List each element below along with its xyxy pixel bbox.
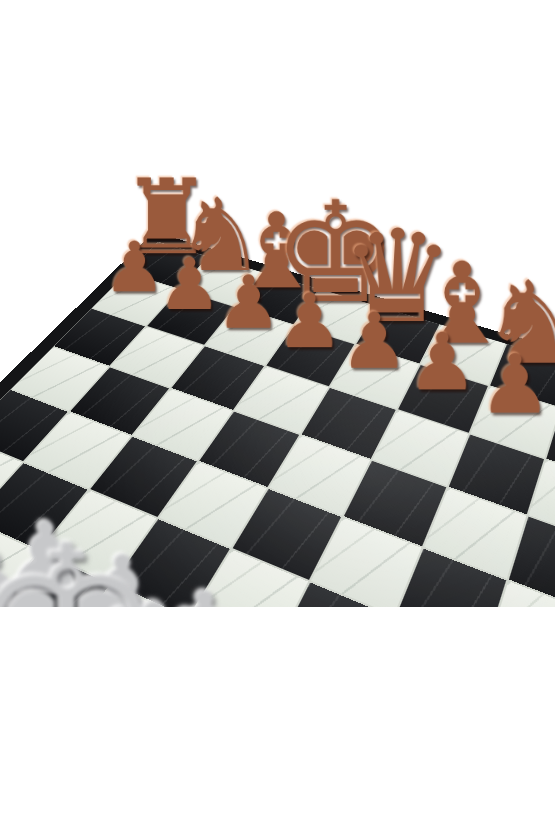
reflection-silver-pawn-g2: ♟	[0, 571, 17, 607]
product-photo: ♜♜♞♞♝♝♚♚♛♛♝♝♞♞♜♜♟♟♟♟♟♟♟♟♟♟♟♟♟♟♟♟♟♟♟♟♟♟♟♟…	[0, 0, 555, 607]
reflection-silver-pawn-f2: ♟	[1, 605, 90, 607]
square-c5	[344, 461, 446, 546]
copper-rook-h8: ♜	[120, 170, 213, 266]
board-scene: ♜♜♞♞♝♝♚♚♛♛♝♝♞♞♜♜♟♟♟♟♟♟♟♟♟♟♟♟♟♟♟♟♟♟♟♟♟♟♟♟…	[0, 190, 555, 607]
chess-board: ♜♜♞♞♝♝♚♚♛♛♝♝♞♞♜♜♟♟♟♟♟♟♟♟♟♟♟♟♟♟♟♟♟♟♟♟♟♟♟♟…	[0, 232, 555, 607]
